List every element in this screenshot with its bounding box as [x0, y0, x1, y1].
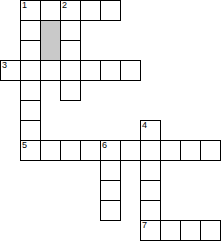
cell-r9-c5[interactable]: [100, 180, 121, 201]
cell-r3-c1[interactable]: [20, 60, 41, 81]
cell-r5-c1[interactable]: [20, 100, 41, 121]
cell-r6-c1[interactable]: [20, 120, 41, 141]
cell-r0-c5[interactable]: [100, 0, 121, 21]
cell-r11-c7[interactable]: 7: [140, 220, 161, 241]
clue-number-7: 7: [142, 221, 147, 230]
cell-r3-c6[interactable]: [120, 60, 141, 81]
cell-r6-c7[interactable]: 4: [140, 120, 161, 141]
cell-r8-c7[interactable]: [140, 160, 161, 181]
cell-r8-c5[interactable]: [100, 160, 121, 181]
cell-r3-c2[interactable]: [40, 60, 61, 81]
cell-r11-c8[interactable]: [160, 220, 181, 241]
cell-r7-c8[interactable]: [160, 140, 181, 161]
blocked-cell-r1-c2: [40, 20, 61, 41]
clue-number-6: 6: [102, 141, 107, 150]
cell-r7-c2[interactable]: [40, 140, 61, 161]
blocked-cell-r2-c2: [40, 40, 61, 61]
cell-r9-c7[interactable]: [140, 180, 161, 201]
cell-r0-c2[interactable]: [40, 0, 61, 21]
clue-number-3: 3: [2, 61, 7, 70]
cell-r3-c0[interactable]: 3: [0, 60, 21, 81]
cell-r7-c3[interactable]: [60, 140, 81, 161]
clue-number-5: 5: [22, 141, 27, 150]
cell-r11-c10[interactable]: [200, 220, 221, 241]
cell-r7-c5[interactable]: 6: [100, 140, 121, 161]
cell-r4-c1[interactable]: [20, 80, 41, 101]
cell-r0-c1[interactable]: 1: [20, 0, 41, 21]
cell-r4-c3[interactable]: [60, 80, 81, 101]
clue-number-1: 1: [22, 1, 27, 10]
cell-r3-c3[interactable]: [60, 60, 81, 81]
cell-r0-c3[interactable]: 2: [60, 0, 81, 21]
cell-r0-c4[interactable]: [80, 0, 101, 21]
cell-r3-c5[interactable]: [100, 60, 121, 81]
cell-r2-c3[interactable]: [60, 40, 81, 61]
cell-r7-c4[interactable]: [80, 140, 101, 161]
clue-number-4: 4: [142, 121, 147, 130]
cell-r1-c1[interactable]: [20, 20, 41, 41]
cell-r7-c10[interactable]: [200, 140, 221, 161]
cell-r7-c9[interactable]: [180, 140, 201, 161]
cell-r11-c9[interactable]: [180, 220, 201, 241]
clue-number-2: 2: [62, 1, 67, 10]
cell-r3-c4[interactable]: [80, 60, 101, 81]
cell-r2-c1[interactable]: [20, 40, 41, 61]
cell-r10-c5[interactable]: [100, 200, 121, 221]
cell-r10-c7[interactable]: [140, 200, 161, 221]
crossword-board: 1234567: [0, 0, 221, 241]
cell-r7-c1[interactable]: 5: [20, 140, 41, 161]
cell-r7-c7[interactable]: [140, 140, 161, 161]
cell-r1-c3[interactable]: [60, 20, 81, 41]
cell-r7-c6[interactable]: [120, 140, 141, 161]
